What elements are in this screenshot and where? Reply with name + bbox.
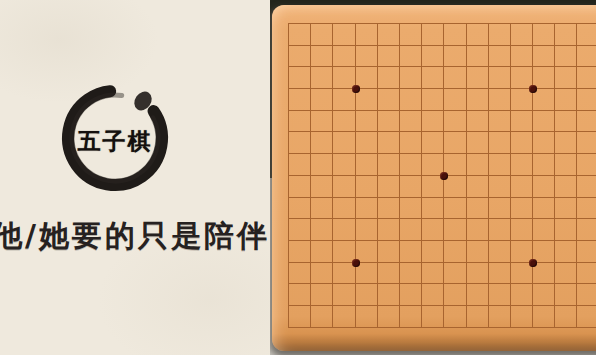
board-intersection[interactable] (400, 219, 422, 241)
board-intersection[interactable] (378, 306, 400, 328)
board-intersection[interactable] (311, 176, 333, 198)
board-intersection[interactable] (577, 89, 596, 111)
board-intersection[interactable] (555, 46, 577, 68)
board-intersection[interactable] (289, 219, 311, 241)
board-intersection[interactable] (533, 284, 555, 306)
board-intersection[interactable] (467, 241, 489, 263)
board-intersection[interactable] (555, 284, 577, 306)
board-intersection[interactable] (444, 263, 466, 285)
board-intersection[interactable] (533, 198, 555, 220)
board-intersection[interactable] (489, 154, 511, 176)
board-intersection[interactable] (356, 111, 378, 133)
board-intersection[interactable] (555, 176, 577, 198)
board-intersection[interactable] (533, 219, 555, 241)
board-intersection[interactable] (311, 284, 333, 306)
board-intersection[interactable] (400, 46, 422, 68)
board-intersection[interactable] (422, 263, 444, 285)
board-intersection[interactable] (311, 154, 333, 176)
go-board[interactable] (272, 5, 596, 351)
board-intersection[interactable] (511, 284, 533, 306)
board-intersection[interactable] (489, 67, 511, 89)
board-intersection[interactable] (422, 306, 444, 328)
board-intersection[interactable] (356, 219, 378, 241)
board-intersection[interactable] (511, 306, 533, 328)
board-intersection[interactable] (289, 306, 311, 328)
board-intersection[interactable] (400, 24, 422, 46)
board-intersection[interactable] (533, 89, 555, 111)
board-intersection[interactable] (422, 241, 444, 263)
board-intersection[interactable] (444, 111, 466, 133)
board-intersection[interactable] (555, 219, 577, 241)
board-intersection[interactable] (400, 111, 422, 133)
board-intersection[interactable] (511, 219, 533, 241)
board-intersection[interactable] (555, 111, 577, 133)
board-intersection[interactable] (289, 67, 311, 89)
board-intersection[interactable] (356, 306, 378, 328)
board-intersection[interactable] (333, 24, 355, 46)
board-intersection[interactable] (289, 284, 311, 306)
board-intersection[interactable] (577, 24, 596, 46)
board-grid[interactable] (288, 23, 596, 328)
board-intersection[interactable] (444, 198, 466, 220)
board-intersection[interactable] (444, 306, 466, 328)
board-intersection[interactable] (378, 132, 400, 154)
board-intersection[interactable] (444, 219, 466, 241)
board-intersection[interactable] (577, 46, 596, 68)
board-intersection[interactable] (378, 284, 400, 306)
board-intersection[interactable] (467, 154, 489, 176)
board-intersection[interactable] (378, 46, 400, 68)
board-intersection[interactable] (577, 111, 596, 133)
board-intersection[interactable] (311, 219, 333, 241)
board-intersection[interactable] (400, 67, 422, 89)
board-intersection[interactable] (444, 132, 466, 154)
board-intersection[interactable] (489, 241, 511, 263)
board-intersection[interactable] (378, 263, 400, 285)
board-intersection[interactable] (467, 132, 489, 154)
board-intersection[interactable] (511, 24, 533, 46)
board-intersection[interactable] (555, 241, 577, 263)
board-intersection[interactable] (378, 198, 400, 220)
board-intersection[interactable] (555, 263, 577, 285)
board-intersection[interactable] (422, 284, 444, 306)
board-intersection[interactable] (378, 67, 400, 89)
board-intersection[interactable] (289, 24, 311, 46)
board-intersection[interactable] (489, 284, 511, 306)
board-intersection[interactable] (555, 67, 577, 89)
board-intersection[interactable] (311, 24, 333, 46)
board-intersection[interactable] (444, 67, 466, 89)
board-intersection[interactable] (378, 89, 400, 111)
board-intersection[interactable] (311, 67, 333, 89)
app-logo: 五子棋 (55, 78, 175, 198)
board-intersection[interactable] (289, 89, 311, 111)
board-intersection[interactable] (289, 111, 311, 133)
board-intersection[interactable] (577, 132, 596, 154)
board-intersection[interactable] (400, 306, 422, 328)
board-intersection[interactable] (400, 198, 422, 220)
board-intersection[interactable] (467, 263, 489, 285)
board-intersection[interactable] (555, 24, 577, 46)
board-intersection[interactable] (577, 306, 596, 328)
board-intersection[interactable] (356, 284, 378, 306)
board-intersection[interactable] (400, 284, 422, 306)
board-intersection[interactable] (489, 89, 511, 111)
board-intersection[interactable] (489, 132, 511, 154)
board-intersection[interactable] (577, 198, 596, 220)
board-intersection[interactable] (422, 132, 444, 154)
board-intersection[interactable] (289, 132, 311, 154)
board-intersection[interactable] (511, 176, 533, 198)
board-intersection[interactable] (489, 24, 511, 46)
board-intersection[interactable] (555, 154, 577, 176)
board-intersection[interactable] (577, 154, 596, 176)
board-intersection[interactable] (378, 24, 400, 46)
board-intersection[interactable] (356, 176, 378, 198)
tagline-text: 他/她要的只是陪伴 (0, 216, 292, 257)
board-intersection[interactable] (533, 46, 555, 68)
board-intersection[interactable] (467, 24, 489, 46)
board-intersection[interactable] (356, 67, 378, 89)
board-intersection[interactable] (511, 154, 533, 176)
board-intersection[interactable] (356, 46, 378, 68)
board-intersection[interactable] (400, 132, 422, 154)
board-intersection[interactable] (489, 176, 511, 198)
board-intersection[interactable] (289, 46, 311, 68)
board-intersection[interactable] (378, 111, 400, 133)
board-intersection[interactable] (333, 132, 355, 154)
board-intersection[interactable] (356, 198, 378, 220)
star-point (440, 172, 448, 180)
board-intersection[interactable] (444, 176, 466, 198)
board-intersection[interactable] (422, 198, 444, 220)
board-intersection[interactable] (289, 176, 311, 198)
board-intersection[interactable] (533, 306, 555, 328)
board-intersection[interactable] (467, 306, 489, 328)
board-intersection[interactable] (378, 241, 400, 263)
board-intersection[interactable] (555, 132, 577, 154)
board-intersection[interactable] (400, 89, 422, 111)
board-intersection[interactable] (444, 284, 466, 306)
board-intersection[interactable] (311, 111, 333, 133)
board-intersection[interactable] (422, 67, 444, 89)
board-intersection[interactable] (533, 154, 555, 176)
star-point (529, 259, 537, 267)
board-intersection[interactable] (289, 241, 311, 263)
board-intersection[interactable] (577, 284, 596, 306)
board-intersection[interactable] (333, 154, 355, 176)
board-intersection[interactable] (577, 67, 596, 89)
board-intersection[interactable] (444, 241, 466, 263)
board-intersection[interactable] (489, 263, 511, 285)
board-intersection[interactable] (467, 89, 489, 111)
gomoku-app-screen: 五子棋 他/她要的只是陪伴 (0, 0, 596, 355)
board-intersection[interactable] (489, 198, 511, 220)
board-intersection[interactable] (289, 154, 311, 176)
board-intersection[interactable] (378, 219, 400, 241)
star-point (352, 85, 360, 93)
board-intersection[interactable] (467, 198, 489, 220)
board-intersection[interactable] (467, 67, 489, 89)
board-intersection[interactable] (311, 89, 333, 111)
board-intersection[interactable] (333, 284, 355, 306)
board-intersection[interactable] (533, 263, 555, 285)
board-intersection[interactable] (333, 176, 355, 198)
board-intersection[interactable] (311, 46, 333, 68)
board-intersection[interactable] (511, 46, 533, 68)
board-intersection[interactable] (555, 306, 577, 328)
board-intersection[interactable] (333, 111, 355, 133)
board-intersection[interactable] (533, 176, 555, 198)
board-intersection[interactable] (533, 132, 555, 154)
board-intersection[interactable] (555, 89, 577, 111)
board-intersection[interactable] (422, 219, 444, 241)
board-intersection[interactable] (356, 89, 378, 111)
board-intersection[interactable] (511, 132, 533, 154)
board-intersection[interactable] (444, 24, 466, 46)
board-intersection[interactable] (467, 284, 489, 306)
board-intersection[interactable] (467, 176, 489, 198)
left-panel: 五子棋 他/她要的只是陪伴 (0, 0, 270, 355)
board-intersection[interactable] (422, 89, 444, 111)
board-intersection[interactable] (289, 263, 311, 285)
board-intersection[interactable] (289, 198, 311, 220)
board-intersection[interactable] (489, 219, 511, 241)
board-intersection[interactable] (511, 89, 533, 111)
game-title: 五子棋 (55, 126, 175, 157)
board-intersection[interactable] (444, 46, 466, 68)
board-intersection[interactable] (489, 46, 511, 68)
board-intersection[interactable] (356, 241, 378, 263)
board-intersection[interactable] (511, 111, 533, 133)
board-intersection[interactable] (533, 24, 555, 46)
board-intersection[interactable] (356, 154, 378, 176)
board-intersection[interactable] (333, 46, 355, 68)
board-intersection[interactable] (422, 111, 444, 133)
board-intersection[interactable] (577, 263, 596, 285)
board-intersection[interactable] (356, 24, 378, 46)
star-point (529, 85, 537, 93)
board-intersection[interactable] (311, 241, 333, 263)
board-intersection[interactable] (577, 219, 596, 241)
board-intersection[interactable] (311, 306, 333, 328)
board-intersection[interactable] (333, 198, 355, 220)
board-intersection[interactable] (333, 219, 355, 241)
board-intersection[interactable] (333, 306, 355, 328)
board-intersection[interactable] (467, 111, 489, 133)
board-intersection[interactable] (356, 263, 378, 285)
board-intersection[interactable] (444, 154, 466, 176)
board-intersection[interactable] (400, 154, 422, 176)
board-area (270, 0, 596, 355)
board-intersection[interactable] (400, 241, 422, 263)
board-intersection[interactable] (378, 176, 400, 198)
board-intersection[interactable] (533, 111, 555, 133)
board-intersection[interactable] (467, 219, 489, 241)
board-intersection[interactable] (555, 198, 577, 220)
board-intersection[interactable] (489, 111, 511, 133)
board-intersection[interactable] (467, 46, 489, 68)
board-intersection[interactable] (577, 241, 596, 263)
board-intersection[interactable] (489, 306, 511, 328)
board-intersection[interactable] (511, 198, 533, 220)
board-intersection[interactable] (311, 198, 333, 220)
board-intersection[interactable] (311, 132, 333, 154)
board-intersection[interactable] (422, 24, 444, 46)
board-intersection[interactable] (422, 46, 444, 68)
board-intersection[interactable] (400, 176, 422, 198)
board-intersection[interactable] (577, 176, 596, 198)
board-intersection[interactable] (356, 132, 378, 154)
board-intersection[interactable] (311, 263, 333, 285)
board-intersection[interactable] (378, 154, 400, 176)
board-intersection[interactable] (400, 263, 422, 285)
board-intersection[interactable] (444, 89, 466, 111)
star-point (352, 259, 360, 267)
